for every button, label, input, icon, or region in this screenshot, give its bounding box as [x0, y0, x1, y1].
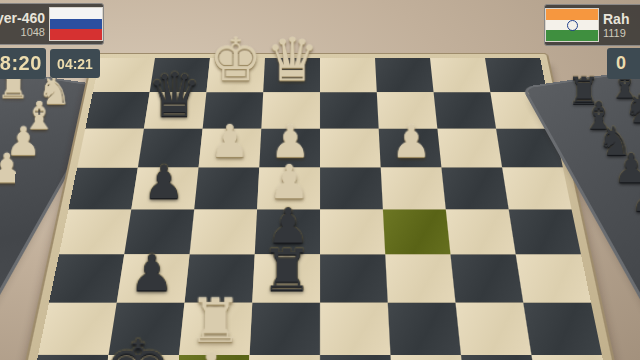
board-square[interactable]: [430, 58, 490, 92]
board-square[interactable]: [320, 303, 390, 355]
board-square[interactable]: [320, 92, 379, 128]
board-square[interactable]: [190, 209, 258, 254]
board-square[interactable]: [85, 92, 149, 128]
board-square[interactable]: [437, 129, 502, 168]
board-square[interactable]: [247, 355, 320, 360]
clock-right-main: 0: [607, 48, 640, 79]
player-panel-left: Player-460 1048: [0, 3, 104, 45]
board-square[interactable]: [320, 209, 385, 254]
board-square[interactable]: ♛: [144, 92, 206, 128]
board-square[interactable]: ♟: [199, 129, 262, 168]
board-square[interactable]: [381, 168, 446, 210]
white-pawn[interactable]: ♟: [209, 120, 250, 165]
black-queen[interactable]: ♛: [146, 64, 202, 126]
player-name-right: Rah: [603, 11, 629, 27]
board-square[interactable]: [385, 254, 455, 302]
board-square[interactable]: [383, 209, 451, 254]
board-square[interactable]: [388, 303, 461, 355]
white-bishop[interactable]: ♝: [182, 344, 238, 360]
board-square[interactable]: [59, 209, 131, 254]
captured-black-pawn: ♟: [630, 176, 640, 218]
board-square[interactable]: [456, 303, 532, 355]
board-square[interactable]: [320, 129, 381, 168]
board-square[interactable]: [93, 58, 155, 92]
board-square[interactable]: ♟: [131, 168, 198, 210]
board-square[interactable]: [26, 355, 108, 360]
board-square[interactable]: [320, 58, 377, 92]
board-square[interactable]: ♜: [252, 254, 320, 302]
board-square[interactable]: [250, 303, 320, 355]
black-pawn[interactable]: ♟: [142, 159, 184, 206]
black-rook[interactable]: ♜: [260, 241, 312, 299]
black-pawn[interactable]: ♟: [129, 248, 174, 299]
board-square[interactable]: ♚: [100, 355, 179, 360]
board-square[interactable]: [320, 355, 393, 360]
captured-white-pawn: ♟: [0, 149, 25, 190]
white-king[interactable]: ♚: [208, 30, 262, 90]
clock-left-main: 08:20: [0, 48, 46, 79]
board-square[interactable]: [320, 254, 388, 302]
white-pawn[interactable]: ♟: [390, 120, 431, 165]
board-square[interactable]: ♟: [379, 129, 442, 168]
player-rating-right: 1119: [603, 27, 626, 39]
board-square[interactable]: [502, 168, 571, 210]
russia-flag-icon: [49, 7, 103, 41]
board-square[interactable]: [390, 355, 466, 360]
ashoka-chakra-icon: [567, 20, 578, 31]
board-square[interactable]: [49, 254, 124, 302]
board-square[interactable]: ♝: [173, 355, 249, 360]
board-square[interactable]: [523, 303, 602, 355]
board-square[interactable]: [441, 168, 508, 210]
board-square[interactable]: [434, 92, 496, 128]
board-square[interactable]: [446, 209, 516, 254]
board-square[interactable]: [375, 58, 434, 92]
board-square[interactable]: [531, 355, 613, 360]
board-square[interactable]: [461, 355, 540, 360]
clock-left-secondary: 04:21: [50, 49, 100, 78]
player-name-left: Player-460: [0, 10, 45, 26]
chess-board[interactable]: ♚♛♛♟♟♟♟♟♟♟♜♜♚♝: [26, 58, 613, 360]
board-square[interactable]: [320, 168, 383, 210]
board-square[interactable]: [450, 254, 523, 302]
board-square[interactable]: [77, 129, 144, 168]
black-king[interactable]: ♚: [102, 329, 172, 360]
board-square[interactable]: ♛: [263, 58, 320, 92]
india-flag-icon: [545, 8, 599, 42]
white-queen[interactable]: ♛: [265, 30, 319, 90]
board-square[interactable]: ♟: [117, 254, 190, 302]
board-square[interactable]: [68, 168, 137, 210]
board-square[interactable]: [194, 168, 259, 210]
player-rating-left: 1048: [21, 26, 45, 38]
chess-app-screen: ♜♞♞♝♟♟♟♟ ♚♛♛♟♟♟♟♟♟♟♜♜♚♝ ♜♝♝♞♞♟♟♟♟♟ Playe…: [0, 0, 640, 360]
board-square[interactable]: ♚: [206, 58, 265, 92]
board-square[interactable]: [516, 254, 591, 302]
board-square[interactable]: [509, 209, 581, 254]
board-3d-world: ♜♞♞♝♟♟♟♟ ♚♛♛♟♟♟♟♟♟♟♜♜♚♝ ♜♝♝♞♞♟♟♟♟♟: [26, 58, 613, 360]
player-panel-right: Rah 1119: [544, 4, 640, 46]
